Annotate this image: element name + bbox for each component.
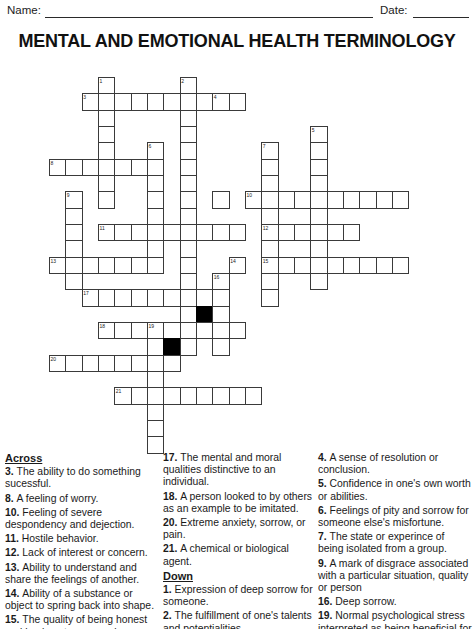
grid-cell[interactable]	[114, 159, 131, 176]
cell-number: 21	[116, 388, 122, 394]
clue-number: 4.	[318, 452, 330, 463]
grid-cell[interactable]	[212, 224, 229, 241]
grid-cell[interactable]	[261, 273, 278, 290]
grid-cell[interactable]	[327, 191, 344, 208]
grid-cell[interactable]	[261, 191, 278, 208]
clue-number: 17.	[163, 452, 180, 463]
grid-cell[interactable]	[180, 159, 197, 176]
clue-number: 6.	[318, 505, 330, 516]
cell-number: 12	[263, 225, 269, 231]
grid-cell[interactable]	[343, 191, 360, 208]
clue-number: 10.	[5, 507, 22, 518]
cell-number: 9	[67, 192, 70, 198]
grid-cell[interactable]	[278, 191, 295, 208]
grid-cell[interactable]	[82, 159, 99, 176]
grid-cell[interactable]	[131, 322, 148, 339]
cell-number: 15	[263, 258, 269, 264]
clue-item: 13. Ability to understand and share the …	[5, 562, 157, 586]
grid-cell[interactable]	[180, 289, 197, 306]
clue-item: 17. The mental and moral qualities disti…	[163, 452, 313, 489]
cell-number: 11	[99, 225, 104, 231]
clue-item: 18. A person looked to by others as an e…	[163, 491, 313, 515]
grid-cell[interactable]	[261, 175, 278, 192]
grid-cell[interactable]	[131, 289, 148, 306]
grid-cell[interactable]	[310, 224, 327, 241]
cell-number: 13	[51, 258, 57, 264]
grid-cell[interactable]	[229, 93, 246, 110]
grid-cell[interactable]	[196, 322, 213, 339]
grid-cell[interactable]	[114, 257, 131, 274]
clue-item: 7. The state or experince of being isola…	[318, 531, 472, 555]
grid-cell[interactable]	[114, 355, 131, 372]
clue-item: 2. The fulfillment of one's talents and …	[163, 610, 313, 629]
cell-number: 10	[246, 192, 252, 198]
clue-column-1: Across3. The ability to do something suc…	[5, 452, 157, 629]
name-date-row: Name: Date:	[7, 4, 463, 18]
grid-cell[interactable]	[163, 224, 180, 241]
clue-number: 7.	[318, 531, 330, 542]
name-label: Name:	[7, 4, 41, 16]
grid-cell[interactable]	[180, 240, 197, 257]
clue-item: 16. Deep sorrow.	[318, 596, 472, 608]
clue-number: 9.	[318, 558, 330, 569]
date-input-line[interactable]	[413, 17, 469, 18]
grid-cell[interactable]	[180, 322, 197, 339]
grid-cell[interactable]	[310, 142, 327, 159]
cell-number: 8	[51, 160, 54, 166]
grid-cell[interactable]	[343, 257, 360, 274]
grid-cell[interactable]	[163, 387, 180, 404]
black-cell	[163, 338, 180, 355]
clue-number: 20.	[163, 517, 180, 528]
grid-cell[interactable]	[131, 355, 148, 372]
grid-cell[interactable]	[229, 387, 246, 404]
grid-cell[interactable]	[147, 371, 164, 388]
clue-column-3: 4. A sense of resolution or conclusion.5…	[318, 452, 472, 629]
grid-cell[interactable]	[147, 387, 164, 404]
grid-cell[interactable]	[180, 338, 197, 355]
clue-number: 3.	[5, 466, 17, 477]
grid-cell[interactable]	[212, 306, 229, 323]
puzzle-title: MENTAL AND EMOTIONAL HEALTH TERMINOLOGY	[0, 31, 474, 52]
grid-cell[interactable]	[147, 420, 164, 437]
grid-cell[interactable]	[65, 159, 82, 176]
grid-cell[interactable]	[212, 322, 229, 339]
grid-cell[interactable]	[180, 110, 197, 127]
clue-number: 1.	[163, 584, 175, 595]
cell-number: 14	[230, 258, 236, 264]
grid-cell[interactable]	[310, 191, 327, 208]
clue-number: 2.	[163, 610, 175, 621]
grid-cell[interactable]	[294, 257, 311, 274]
grid-cell[interactable]	[131, 257, 148, 274]
cell-number: 4	[214, 94, 217, 100]
cell-number: 6	[148, 143, 151, 149]
grid-cell[interactable]	[147, 355, 164, 372]
grid-cell[interactable]	[65, 208, 82, 225]
grid-cell[interactable]	[310, 273, 327, 290]
cell-number: 5	[312, 127, 315, 133]
grid-cell[interactable]	[163, 93, 180, 110]
cell-number: 19	[148, 323, 154, 329]
grid-cell[interactable]	[261, 289, 278, 306]
grid-cell[interactable]	[212, 289, 229, 306]
grid-cell[interactable]	[212, 338, 229, 355]
grid-cell[interactable]	[114, 93, 131, 110]
grid-cell[interactable]	[180, 387, 197, 404]
grid-cell[interactable]	[310, 240, 327, 257]
clue-number: 19.	[318, 610, 335, 621]
grid-cell[interactable]	[98, 191, 115, 208]
grid-cell[interactable]	[131, 387, 148, 404]
grid-cell[interactable]	[261, 159, 278, 176]
cell-number: 16	[214, 274, 220, 280]
clue-item: 11. Hostile behavior.	[5, 533, 157, 545]
grid-cell[interactable]	[65, 240, 82, 257]
grid-cell[interactable]	[229, 322, 246, 339]
clue-list-header: Across	[5, 452, 157, 464]
clue-item: 15. The quality of being honest and havi…	[5, 614, 157, 629]
clue-item: 1. Expression of deep sorrow for someone…	[163, 584, 313, 608]
grid-cell[interactable]	[65, 224, 82, 241]
clue-item: 10. Feeling of severe despondency and de…	[5, 507, 157, 531]
grid-cell[interactable]	[229, 224, 246, 241]
grid-cell[interactable]	[180, 175, 197, 192]
grid-cell[interactable]	[376, 257, 393, 274]
grid-cell[interactable]	[196, 93, 213, 110]
clue-number: 12.	[5, 547, 22, 558]
grid-cell[interactable]	[147, 289, 164, 306]
crossword-grid: 123456789101112131415161718192021	[49, 77, 409, 453]
grid-cell[interactable]	[327, 224, 344, 241]
grid-cell[interactable]	[98, 126, 115, 143]
grid-cell[interactable]	[180, 126, 197, 143]
grid-cell[interactable]	[392, 257, 409, 274]
cell-number: 1	[99, 78, 102, 84]
grid-cell[interactable]	[376, 191, 393, 208]
grid-cell[interactable]	[147, 159, 164, 176]
grid-cell[interactable]	[294, 191, 311, 208]
grid-cell[interactable]	[180, 273, 197, 290]
clue-column-2: 17. The mental and moral qualities disti…	[163, 452, 313, 629]
grid-cell[interactable]	[147, 436, 164, 453]
grid-cell[interactable]	[294, 224, 311, 241]
grid-cell[interactable]	[147, 338, 164, 355]
clue-item: 12. Lack of interest or concern.	[5, 547, 157, 559]
clue-number: 18.	[163, 491, 180, 502]
grid-cell[interactable]	[180, 208, 197, 225]
grid-cell[interactable]	[98, 142, 115, 159]
grid-cell[interactable]	[310, 159, 327, 176]
grid-cell[interactable]	[196, 289, 213, 306]
grid-cell[interactable]	[180, 306, 197, 323]
cell-number: 18	[99, 323, 105, 329]
clue-item: 4. A sense of resolution or conclusion.	[318, 452, 472, 476]
clue-item: 20. Extreme anxiety, sorrow, or pain.	[163, 517, 313, 541]
grid-cell[interactable]	[180, 224, 197, 241]
clue-item: 6. Feelings of pity and sorrow for someo…	[318, 505, 472, 529]
grid-cell[interactable]	[114, 322, 131, 339]
grid-cell[interactable]	[65, 257, 82, 274]
grid-cell[interactable]	[359, 191, 376, 208]
cell-number: 2	[181, 78, 184, 84]
worksheet-page: Name: Date: MENTAL AND EMOTIONAL HEALTH …	[0, 0, 474, 629]
clue-number: 21.	[163, 543, 180, 554]
clue-number: 16.	[318, 596, 335, 607]
grid-cell[interactable]	[180, 191, 197, 208]
grid-cell[interactable]	[245, 387, 262, 404]
grid-cell[interactable]	[310, 257, 327, 274]
grid-cell[interactable]	[163, 322, 180, 339]
cell-number: 20	[51, 356, 57, 362]
grid-cell[interactable]	[261, 208, 278, 225]
grid-cell[interactable]	[310, 175, 327, 192]
grid-cell[interactable]	[359, 257, 376, 274]
grid-cell[interactable]	[196, 387, 213, 404]
black-cell	[196, 306, 213, 323]
grid-cell[interactable]	[82, 355, 99, 372]
grid-cell[interactable]	[98, 175, 115, 192]
grid-cell[interactable]	[114, 289, 131, 306]
grid-cell[interactable]	[147, 240, 164, 257]
grid-cell[interactable]	[114, 224, 131, 241]
grid-cell[interactable]	[98, 110, 115, 127]
grid-cell[interactable]	[98, 159, 115, 176]
grid-cell[interactable]	[180, 257, 197, 274]
grid-cell[interactable]	[163, 355, 180, 372]
clue-item: 5. Confidence in one's own worth or abil…	[318, 478, 472, 502]
grid-cell[interactable]	[98, 257, 115, 274]
grid-cell[interactable]	[180, 93, 197, 110]
grid-cell[interactable]	[163, 289, 180, 306]
grid-cell[interactable]	[131, 224, 148, 241]
grid-cell[interactable]	[343, 224, 360, 241]
date-label: Date:	[380, 4, 408, 16]
clue-item: 8. A feeling of worry.	[5, 493, 157, 505]
clue-number: 14.	[5, 588, 22, 599]
grid-cell[interactable]	[147, 191, 164, 208]
grid-cell[interactable]	[147, 224, 164, 241]
clue-number: 8.	[5, 493, 17, 504]
name-input-line[interactable]	[45, 17, 373, 18]
grid-cell[interactable]	[278, 224, 295, 241]
clue-number: 11.	[5, 533, 22, 544]
grid-cell[interactable]	[327, 257, 344, 274]
cell-number: 3	[83, 94, 86, 100]
clue-item: 3. The ability to do something sucessful…	[5, 466, 157, 490]
clue-item: 14. Ability of a substance or object to …	[5, 588, 157, 612]
grid-cell[interactable]	[147, 93, 164, 110]
grid-cell[interactable]	[147, 208, 164, 225]
clue-number: 15.	[5, 614, 22, 625]
clue-item: 9. A mark of disgrace associated with a …	[318, 558, 472, 595]
clue-item: 19. Normal psychological stress interpre…	[318, 610, 472, 629]
clue-number: 13.	[5, 562, 22, 573]
grid-cell[interactable]	[196, 224, 213, 241]
grid-cell[interactable]	[131, 93, 148, 110]
grid-cell[interactable]	[310, 208, 327, 225]
grid-cell[interactable]	[98, 93, 115, 110]
clue-item: 21. A chemical or biological agent.	[163, 543, 313, 567]
grid-cell[interactable]	[261, 240, 278, 257]
cell-number: 17	[83, 290, 89, 296]
grid-cell[interactable]	[131, 159, 148, 176]
grid-cell[interactable]	[180, 142, 197, 159]
grid-cell[interactable]	[392, 191, 409, 208]
cell-number: 7	[263, 143, 266, 149]
grid-cell[interactable]	[98, 355, 115, 372]
grid-cell[interactable]	[212, 387, 229, 404]
grid-cell[interactable]	[212, 191, 229, 208]
clue-list-header: Down	[163, 570, 313, 582]
grid-cell[interactable]	[147, 404, 164, 421]
grid-cell[interactable]	[82, 257, 99, 274]
grid-cell[interactable]	[98, 289, 115, 306]
clue-number: 5.	[318, 478, 330, 489]
grid-cell[interactable]	[147, 257, 164, 274]
grid-cell[interactable]	[65, 273, 82, 290]
grid-cell[interactable]	[147, 175, 164, 192]
grid-cell[interactable]	[65, 355, 82, 372]
grid-cell[interactable]	[278, 257, 295, 274]
